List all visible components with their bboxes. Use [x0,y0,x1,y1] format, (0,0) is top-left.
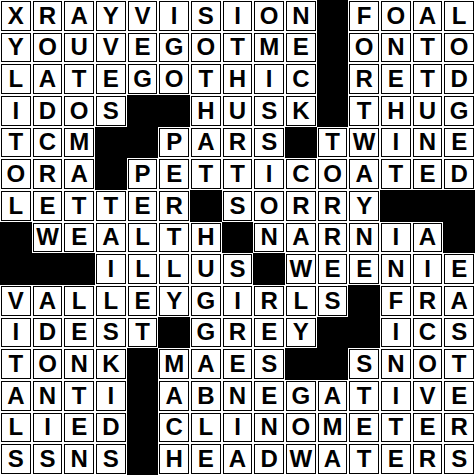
grid-cell[interactable]: A [349,159,379,189]
black-cell [0,222,32,254]
grid-cell[interactable]: E [413,413,443,443]
grid-cell[interactable]: V [413,381,443,411]
grid-cell[interactable]: O [33,33,63,63]
grid-cell[interactable]: I [254,159,284,189]
grid-cell[interactable]: O [413,349,443,379]
grid-cell[interactable]: R [349,64,379,94]
grid-cell[interactable]: H [191,223,221,253]
grid-cell[interactable]: E [159,159,189,189]
black-cell [348,317,380,349]
grid-cell[interactable]: L [159,254,189,284]
grid-cell[interactable]: E [381,64,411,94]
grid-cell[interactable]: N [413,128,443,158]
grid-cell[interactable]: I [381,318,411,348]
grid-cell[interactable]: S [254,96,284,126]
grid-cell[interactable]: O [1,159,31,189]
grid-cell[interactable]: T [96,191,126,221]
grid-cell[interactable]: A [223,444,253,474]
grid-cell[interactable]: I [159,1,189,31]
grid-cell[interactable]: S [254,128,284,158]
grid-cell[interactable]: V [1,286,31,316]
grid-cell[interactable]: G [159,33,189,63]
grid-cell[interactable]: N [254,413,284,443]
grid-cell[interactable]: O [33,349,63,379]
grid-cell[interactable]: G [191,286,221,316]
grid-cell[interactable]: I [254,64,284,94]
grid-cell[interactable]: R [286,191,316,221]
grid-cell[interactable]: I [1,318,31,348]
grid-cell[interactable]: W [286,444,316,474]
grid-cell[interactable]: S [318,286,348,316]
grid-cell[interactable]: R [413,444,443,474]
grid-cell[interactable]: F [381,286,411,316]
grid-cell[interactable]: T [318,128,348,158]
grid-cell[interactable]: V [96,33,126,63]
grid-cell[interactable]: D [96,413,126,443]
grid-cell[interactable]: S [33,444,63,474]
grid-cell[interactable]: O [254,191,284,221]
grid-cell[interactable]: A [159,381,189,411]
black-cell [285,127,317,159]
grid-cell[interactable]: I [96,381,126,411]
grid-cell[interactable]: I [33,413,63,443]
grid-cell[interactable]: N [223,381,253,411]
grid-cell[interactable]: E [413,159,443,189]
grid-cell[interactable]: P [159,128,189,158]
black-cell [317,32,349,64]
grid-cell[interactable]: S [444,444,474,474]
grid-cell[interactable]: E [444,381,474,411]
grid-cell[interactable]: U [223,96,253,126]
grid-cell[interactable]: I [223,413,253,443]
grid-cell[interactable]: C [159,413,189,443]
grid-cell[interactable]: T [64,191,94,221]
grid-cell[interactable]: S [349,349,379,379]
grid-cell[interactable]: E [349,413,379,443]
grid-cell[interactable]: I [223,1,253,31]
grid-cell[interactable]: N [64,349,94,379]
grid-cell[interactable]: E [33,191,63,221]
grid-cell[interactable]: T [349,381,379,411]
black-cell [380,190,412,222]
grid-cell[interactable]: T [349,444,379,474]
grid-cell[interactable]: S [444,318,474,348]
grid-cell[interactable]: E [191,444,221,474]
grid-cell[interactable]: Y [96,1,126,31]
grid-cell[interactable]: E [254,381,284,411]
grid-cell[interactable]: T [381,159,411,189]
grid-cell[interactable]: A [413,223,443,253]
grid-cell[interactable]: T [191,64,221,94]
grid-cell[interactable]: A [33,64,63,94]
black-cell [285,348,317,380]
grid-cell[interactable]: D [33,318,63,348]
crossword-grid: XRAYVISIONFOALYOUVEGOTMEONTOLATEGOTHICRE… [0,0,475,475]
grid-cell[interactable]: S [223,191,253,221]
black-cell [317,63,349,95]
grid-cell[interactable]: E [64,223,94,253]
black-cell [222,222,254,254]
grid-cell[interactable]: G [444,96,474,126]
black-cell [253,253,285,285]
grid-cell[interactable]: S [254,349,284,379]
black-cell [348,285,380,317]
grid-cell[interactable]: R [159,191,189,221]
black-cell [63,253,95,285]
grid-cell[interactable]: E [223,349,253,379]
grid-cell[interactable]: T [1,349,31,379]
grid-cell[interactable]: B [191,381,221,411]
grid-cell[interactable]: E [64,318,94,348]
grid-cell[interactable]: D [33,96,63,126]
grid-cell[interactable]: P [128,159,158,189]
black-cell [127,127,159,159]
black-cell [127,443,159,475]
grid-cell[interactable]: E [128,33,158,63]
grid-cell[interactable]: C [33,128,63,158]
grid-cell[interactable]: H [223,64,253,94]
black-cell [317,0,349,32]
grid-cell[interactable]: I [381,223,411,253]
grid-cell[interactable]: I [413,254,443,284]
grid-cell[interactable]: S [96,318,126,348]
grid-cell[interactable]: O [254,1,284,31]
grid-cell[interactable]: A [318,444,348,474]
grid-cell[interactable]: T [64,381,94,411]
grid-cell[interactable]: F [349,1,379,31]
grid-cell[interactable]: O [381,1,411,31]
grid-cell[interactable]: T [381,413,411,443]
grid-cell[interactable]: E [349,254,379,284]
black-cell [0,253,32,285]
grid-cell[interactable]: I [1,96,31,126]
grid-cell[interactable]: T [159,223,189,253]
grid-cell[interactable]: O [286,413,316,443]
grid-cell[interactable]: T [64,64,94,94]
black-cell [127,380,159,412]
grid-cell[interactable]: E [381,444,411,474]
black-cell [158,95,190,127]
grid-cell[interactable]: R [318,191,348,221]
grid-cell[interactable]: L [1,413,31,443]
grid-cell[interactable]: E [128,286,158,316]
grid-cell[interactable]: L [128,254,158,284]
grid-cell[interactable]: L [1,191,31,221]
grid-cell[interactable]: M [318,413,348,443]
black-cell [95,158,127,190]
grid-cell[interactable]: D [444,159,474,189]
grid-cell[interactable]: O [318,159,348,189]
grid-cell[interactable]: L [1,64,31,94]
grid-cell[interactable]: H [191,96,221,126]
black-cell [95,127,127,159]
grid-cell[interactable]: M [64,128,94,158]
grid-cell[interactable]: T [191,159,221,189]
grid-cell[interactable]: A [96,223,126,253]
grid-cell[interactable]: U [191,254,221,284]
grid-cell[interactable]: E [318,254,348,284]
grid-cell[interactable]: L [286,286,316,316]
black-cell [317,348,349,380]
grid-cell[interactable]: I [223,286,253,316]
grid-cell[interactable]: E [444,128,474,158]
grid-cell[interactable]: N [381,254,411,284]
black-cell [127,348,159,380]
grid-cell[interactable]: X [1,1,31,31]
grid-cell[interactable]: N [349,223,379,253]
grid-cell[interactable]: N [64,444,94,474]
grid-cell[interactable]: E [286,33,316,63]
grid-cell[interactable]: G [286,381,316,411]
grid-cell[interactable]: E [96,64,126,94]
grid-cell[interactable]: A [64,1,94,31]
grid-cell[interactable]: O [191,33,221,63]
grid-cell[interactable]: Y [1,33,31,63]
grid-cell[interactable]: A [191,128,221,158]
grid-cell[interactable]: A [318,381,348,411]
grid-cell[interactable]: I [381,381,411,411]
grid-cell[interactable]: O [159,64,189,94]
black-cell [443,190,475,222]
grid-cell[interactable]: Y [349,191,379,221]
grid-cell[interactable]: R [33,1,63,31]
grid-cell[interactable]: K [96,349,126,379]
grid-cell[interactable]: A [444,286,474,316]
grid-cell[interactable]: U [413,96,443,126]
black-cell [190,190,222,222]
grid-cell[interactable]: C [286,64,316,94]
grid-cell[interactable]: H [159,444,189,474]
grid-cell[interactable]: K [286,96,316,126]
grid-cell[interactable]: O [349,33,379,63]
grid-cell[interactable]: U [64,33,94,63]
grid-cell[interactable]: G [191,318,221,348]
black-cell [317,95,349,127]
grid-cell[interactable]: N [286,1,316,31]
grid-cell[interactable]: T [413,64,443,94]
grid-cell[interactable]: S [1,444,31,474]
grid-cell[interactable]: T [349,96,379,126]
grid-cell[interactable]: V [128,1,158,31]
grid-cell[interactable]: N [381,349,411,379]
grid-cell[interactable]: W [349,128,379,158]
grid-cell[interactable]: E [128,191,158,221]
grid-cell[interactable]: R [33,159,63,189]
grid-cell[interactable]: O [444,33,474,63]
black-cell [32,253,64,285]
black-cell [412,190,444,222]
grid-cell[interactable]: R [223,128,253,158]
grid-cell[interactable]: I [96,254,126,284]
grid-cell[interactable]: T [1,128,31,158]
grid-cell[interactable]: N [33,381,63,411]
grid-cell[interactable]: O [64,96,94,126]
black-cell [127,412,159,444]
grid-cell[interactable]: L [128,223,158,253]
grid-cell[interactable]: C [286,159,316,189]
grid-cell[interactable]: R [413,286,443,316]
grid-cell[interactable]: L [96,286,126,316]
grid-cell[interactable]: S [191,1,221,31]
grid-cell[interactable]: A [33,286,63,316]
grid-cell[interactable]: M [159,349,189,379]
grid-cell[interactable]: T [128,318,158,348]
grid-cell[interactable]: Y [286,318,316,348]
grid-cell[interactable]: T [413,33,443,63]
grid-cell[interactable]: L [64,286,94,316]
grid-cell[interactable]: H [381,96,411,126]
grid-cell[interactable]: N [381,33,411,63]
grid-cell[interactable]: M [254,33,284,63]
grid-cell[interactable]: R [444,413,474,443]
grid-cell[interactable]: D [444,64,474,94]
grid-cell[interactable]: S [96,96,126,126]
black-cell [443,222,475,254]
grid-cell[interactable]: D [254,444,284,474]
grid-cell[interactable]: E [444,254,474,284]
black-cell [317,317,349,349]
grid-cell[interactable]: R [223,318,253,348]
grid-cell[interactable]: W [286,254,316,284]
grid-cell[interactable]: L [444,1,474,31]
grid-cell[interactable]: A [1,381,31,411]
grid-cell[interactable]: T [223,159,253,189]
grid-cell[interactable]: G [128,64,158,94]
grid-cell[interactable]: A [413,1,443,31]
black-cell [158,317,190,349]
grid-cell[interactable]: A [191,349,221,379]
grid-cell[interactable]: E [64,413,94,443]
grid-cell[interactable]: E [254,318,284,348]
grid-cell[interactable]: L [191,413,221,443]
grid-cell[interactable]: I [381,128,411,158]
black-cell [127,95,159,127]
grid-cell[interactable]: A [286,223,316,253]
grid-cell[interactable]: Y [159,286,189,316]
grid-cell[interactable]: C [413,318,443,348]
grid-cell[interactable]: S [96,444,126,474]
grid-cell[interactable]: R [318,223,348,253]
grid-cell[interactable]: S [223,254,253,284]
grid-cell[interactable]: A [64,159,94,189]
grid-cell[interactable]: R [254,286,284,316]
grid-cell[interactable]: T [444,349,474,379]
grid-cell[interactable]: T [223,33,253,63]
grid-cell[interactable]: W [33,223,63,253]
grid-cell[interactable]: N [254,223,284,253]
